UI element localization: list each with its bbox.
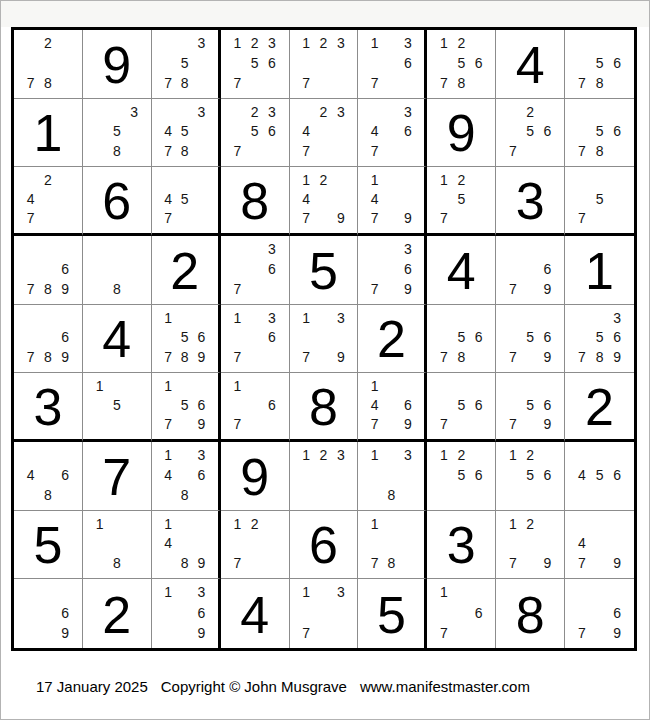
pencil-mark-8: 8: [383, 553, 400, 573]
pencil-mark-6: [193, 122, 210, 142]
pencil-mark-7: [22, 623, 39, 643]
pencil-marks: 679: [496, 236, 564, 304]
pencil-mark-3: 3: [332, 33, 349, 53]
pencil-mark-6: 6: [57, 603, 74, 623]
pencil-mark-9: [470, 209, 487, 228]
pencil-mark-9: 9: [193, 347, 210, 367]
footer-website: www.manifestmaster.com: [360, 678, 530, 695]
pencil-marks: 167: [221, 373, 289, 439]
pencil-mark-9: [57, 73, 74, 93]
cell-r3c4: 8: [221, 167, 290, 236]
pencil-mark-6: 6: [263, 122, 280, 142]
pencil-mark-7: 7: [22, 209, 39, 228]
pencil-marks: 5678: [427, 305, 495, 373]
pencil-mark-1: 1: [435, 33, 452, 53]
pencil-mark-9: [470, 347, 487, 367]
pencil-mark-9: [332, 141, 349, 161]
pencil-mark-9: [193, 209, 210, 228]
pencil-mark-7: 7: [366, 279, 383, 299]
pencil-mark-1: [435, 376, 452, 395]
cell-r1c9: 5678: [565, 30, 634, 99]
pencil-mark-5: 5: [591, 465, 609, 485]
pencil-mark-3: [57, 33, 74, 53]
pencil-marks: 1367: [358, 30, 424, 98]
pencil-mark-5: [176, 603, 193, 623]
top-band: [1, 1, 649, 27]
pencil-mark-9: [263, 141, 280, 161]
pencil-mark-4: 4: [573, 465, 591, 485]
pencil-mark-9: 9: [193, 553, 210, 573]
solved-digit: 2: [585, 381, 614, 433]
pencil-mark-7: [22, 485, 39, 505]
pencil-marks: 8: [83, 236, 151, 304]
pencil-mark-6: [193, 534, 210, 554]
pencil-mark-2: [453, 308, 470, 328]
pencil-mark-5: 5: [591, 122, 609, 142]
pencil-mark-6: 6: [539, 259, 556, 279]
pencil-mark-5: 5: [522, 122, 539, 142]
cell-r5c1: 6789: [14, 305, 83, 374]
pencil-mark-2: [39, 308, 56, 328]
cell-r7c4: 9: [221, 442, 290, 511]
pencil-mark-7: 7: [366, 73, 383, 93]
pencil-mark-3: 3: [193, 582, 210, 602]
pencil-mark-1: [22, 445, 39, 465]
pencil-mark-5: 5: [246, 53, 263, 73]
pencil-mark-6: 6: [400, 122, 417, 142]
pencil-mark-9: 9: [539, 553, 556, 573]
cell-r4c8: 679: [496, 236, 565, 305]
pencil-mark-2: [453, 376, 470, 395]
pencil-marks: 567: [427, 373, 495, 439]
pencil-mark-6: 6: [193, 396, 210, 415]
pencil-marks: 3578: [152, 30, 218, 98]
pencil-mark-5: 5: [176, 122, 193, 142]
cell-r5c8: 5679: [496, 305, 565, 374]
pencil-mark-8: [383, 141, 400, 161]
pencil-mark-6: 6: [57, 328, 74, 348]
pencil-mark-1: 1: [435, 582, 452, 602]
pencil-marks: 2567: [496, 99, 564, 167]
pencil-mark-3: [57, 170, 74, 189]
pencil-mark-7: [91, 553, 108, 573]
pencil-mark-9: 9: [193, 415, 210, 434]
pencil-mark-2: [39, 582, 56, 602]
cell-r8c1: 5: [14, 511, 83, 580]
pencil-mark-1: 1: [366, 376, 383, 395]
pencil-mark-3: [57, 582, 74, 602]
cell-r7c8: 1256: [496, 442, 565, 511]
pencil-mark-2: [176, 445, 193, 465]
pencil-mark-6: [125, 259, 142, 279]
pencil-mark-8: [522, 141, 539, 161]
pencil-mark-3: [125, 239, 142, 259]
pencil-mark-6: 6: [539, 122, 556, 142]
pencil-mark-4: [22, 603, 39, 623]
pencil-mark-8: [39, 209, 56, 228]
pencil-mark-2: [383, 170, 400, 189]
cell-r2c4: 23567: [221, 99, 290, 168]
pencil-marks: 15679: [152, 373, 218, 439]
pencil-mark-8: [246, 553, 263, 573]
pencil-mark-8: 8: [591, 73, 609, 93]
pencil-mark-5: 5: [522, 328, 539, 348]
pencil-mark-3: [263, 376, 280, 395]
pencil-mark-8: 8: [176, 141, 193, 161]
pencil-mark-3: [332, 170, 349, 189]
cell-r2c7: 9: [427, 99, 496, 168]
pencil-mark-7: 7: [435, 415, 452, 434]
pencil-mark-5: [383, 465, 400, 485]
pencil-mark-5: [108, 259, 125, 279]
solved-digit: 5: [309, 245, 338, 297]
pencil-mark-3: [470, 308, 487, 328]
cell-r6c2: 15: [83, 373, 152, 442]
pencil-mark-5: [108, 534, 125, 554]
pencil-mark-7: 7: [435, 623, 452, 643]
pencil-mark-2: [522, 308, 539, 328]
cell-r9c3: 1369: [152, 579, 221, 648]
pencil-mark-6: [332, 190, 349, 209]
pencil-mark-5: [39, 603, 56, 623]
pencil-mark-7: 7: [366, 209, 383, 228]
pencil-mark-6: 6: [470, 396, 487, 415]
pencil-mark-9: [263, 553, 280, 573]
pencil-mark-7: 7: [573, 347, 591, 367]
solved-digit: 3: [516, 175, 545, 227]
pencil-mark-1: [573, 102, 591, 122]
pencil-mark-7: 7: [160, 141, 177, 161]
pencil-mark-1: 1: [229, 33, 246, 53]
pencil-mark-4: [504, 122, 521, 142]
pencil-mark-2: [591, 582, 609, 602]
pencil-mark-4: [91, 259, 108, 279]
cell-r7c6: 138: [358, 442, 427, 511]
pencil-mark-9: [193, 141, 210, 161]
cell-r9c5: 137: [290, 579, 359, 648]
pencil-mark-1: [160, 102, 177, 122]
pencil-marks: 468: [14, 442, 82, 510]
pencil-mark-2: [39, 445, 56, 465]
pencil-mark-3: [400, 170, 417, 189]
solved-digit: 8: [516, 589, 545, 641]
pencil-mark-3: [539, 514, 556, 534]
pencil-mark-4: [298, 328, 315, 348]
pencil-mark-5: [246, 259, 263, 279]
pencil-mark-4: [573, 190, 591, 209]
pencil-mark-9: 9: [400, 279, 417, 299]
pencil-mark-2: [246, 308, 263, 328]
pencil-mark-3: [193, 514, 210, 534]
pencil-mark-1: [573, 170, 591, 189]
pencil-mark-4: [504, 396, 521, 415]
pencil-mark-5: [315, 190, 332, 209]
pencil-mark-2: [176, 308, 193, 328]
pencil-mark-4: 4: [298, 122, 315, 142]
pencil-mark-5: 5: [453, 53, 470, 73]
pencil-mark-2: [591, 308, 609, 328]
pencil-mark-5: [39, 465, 56, 485]
cell-r9c9: 679: [565, 579, 634, 648]
pencil-mark-1: 1: [91, 376, 108, 395]
pencil-mark-3: [400, 514, 417, 534]
pencil-mark-4: [435, 190, 452, 209]
pencil-mark-6: 6: [400, 396, 417, 415]
pencil-mark-7: 7: [573, 553, 591, 573]
pencil-mark-7: 7: [366, 553, 383, 573]
pencil-mark-7: [504, 485, 521, 505]
cell-r9c7: 167: [427, 579, 496, 648]
pencil-mark-1: [229, 102, 246, 122]
cell-r2c8: 2567: [496, 99, 565, 168]
pencil-mark-1: [298, 102, 315, 122]
pencil-mark-8: [246, 347, 263, 367]
pencil-marks: 679: [565, 579, 634, 648]
cell-r5c3: 156789: [152, 305, 221, 374]
pencil-mark-9: 9: [400, 209, 417, 228]
pencil-mark-3: 3: [263, 308, 280, 328]
pencil-mark-6: [400, 190, 417, 209]
pencil-mark-4: [504, 328, 521, 348]
pencil-mark-3: [57, 445, 74, 465]
cell-r4c5: 5: [290, 236, 359, 305]
pencil-marks: 358: [83, 99, 151, 167]
pencil-mark-7: 7: [504, 279, 521, 299]
solved-digit: 3: [447, 519, 476, 571]
cell-r3c2: 6: [83, 167, 152, 236]
pencil-mark-9: 9: [608, 347, 626, 367]
pencil-mark-3: 3: [400, 239, 417, 259]
pencil-mark-2: [383, 445, 400, 465]
pencil-mark-8: [453, 209, 470, 228]
pencil-mark-8: [315, 485, 332, 505]
pencil-mark-1: 1: [160, 376, 177, 395]
pencil-mark-5: [383, 122, 400, 142]
pencil-mark-7: 7: [504, 141, 521, 161]
solved-digit: 9: [240, 451, 269, 503]
pencil-mark-6: [193, 190, 210, 209]
pencil-mark-3: [193, 376, 210, 395]
pencil-mark-7: 7: [229, 73, 246, 93]
pencil-marks: 367: [221, 236, 289, 304]
pencil-mark-7: 7: [229, 347, 246, 367]
pencil-mark-5: [39, 190, 56, 209]
pencil-mark-1: [91, 102, 108, 122]
pencil-mark-4: 4: [160, 122, 177, 142]
pencil-mark-1: 1: [160, 445, 177, 465]
pencil-mark-6: 6: [57, 465, 74, 485]
pencil-mark-8: [522, 415, 539, 434]
pencil-mark-7: [160, 623, 177, 643]
pencil-marks: 6789: [14, 236, 82, 304]
pencil-mark-9: 9: [608, 623, 626, 643]
pencil-mark-6: [332, 603, 349, 623]
cell-r7c1: 468: [14, 442, 83, 511]
pencil-mark-2: 2: [246, 33, 263, 53]
pencil-mark-3: 3: [332, 582, 349, 602]
pencil-mark-8: [383, 279, 400, 299]
pencil-mark-8: [591, 623, 609, 643]
pencil-mark-2: 2: [453, 33, 470, 53]
cell-r6c7: 567: [427, 373, 496, 442]
pencil-mark-2: [176, 170, 193, 189]
pencil-mark-6: [470, 190, 487, 209]
pencil-mark-5: [315, 603, 332, 623]
pencil-marks: 69: [14, 579, 82, 648]
pencil-mark-4: 4: [22, 465, 39, 485]
cell-r9c8: 8: [496, 579, 565, 648]
solved-digit: 2: [377, 313, 406, 365]
pencil-mark-1: [504, 308, 521, 328]
pencil-mark-6: [263, 534, 280, 554]
pencil-mark-4: 4: [366, 190, 383, 209]
pencil-mark-8: [315, 623, 332, 643]
cell-r1c4: 123567: [221, 30, 290, 99]
pencil-mark-1: 1: [366, 445, 383, 465]
pencil-marks: 137: [290, 579, 358, 648]
solved-digit: 5: [33, 519, 62, 571]
pencil-mark-3: 3: [400, 33, 417, 53]
cell-r7c3: 13468: [152, 442, 221, 511]
pencil-mark-8: [453, 485, 470, 505]
pencil-mark-5: 5: [453, 396, 470, 415]
pencil-mark-5: 5: [591, 53, 609, 73]
cell-r3c5: 12479: [290, 167, 359, 236]
pencil-mark-4: [435, 328, 452, 348]
pencil-mark-5: [246, 328, 263, 348]
pencil-mark-7: [435, 485, 452, 505]
pencil-mark-3: [539, 102, 556, 122]
pencil-mark-7: 7: [366, 415, 383, 434]
solved-digit: 1: [33, 107, 62, 159]
pencil-mark-5: 5: [108, 396, 125, 415]
pencil-mark-1: 1: [298, 445, 315, 465]
cell-r2c6: 3467: [358, 99, 427, 168]
pencil-mark-7: 7: [160, 415, 177, 434]
cell-r4c2: 8: [83, 236, 152, 305]
pencil-mark-7: 7: [229, 141, 246, 161]
solved-digit: 2: [170, 245, 199, 297]
pencil-mark-1: 1: [435, 170, 452, 189]
pencil-mark-7: 7: [22, 73, 39, 93]
pencil-marks: 278: [14, 30, 82, 98]
pencil-mark-2: 2: [453, 445, 470, 465]
pencil-marks: 34578: [152, 99, 218, 167]
cell-r1c8: 4: [496, 30, 565, 99]
pencil-marks: 125678: [427, 30, 495, 98]
solved-digit: 5: [377, 589, 406, 641]
pencil-mark-4: [91, 122, 108, 142]
pencil-mark-6: 6: [400, 53, 417, 73]
pencil-mark-9: [608, 73, 626, 93]
pencil-mark-7: 7: [160, 73, 177, 93]
pencil-mark-7: [160, 485, 177, 505]
pencil-mark-9: 9: [539, 415, 556, 434]
pencil-marks: 1369: [152, 579, 218, 648]
pencil-mark-8: 8: [39, 279, 56, 299]
pencil-mark-4: [504, 534, 521, 554]
pencil-mark-5: [383, 53, 400, 73]
pencil-mark-5: [522, 259, 539, 279]
pencil-mark-1: [366, 239, 383, 259]
pencil-mark-3: [608, 582, 626, 602]
pencil-mark-9: [125, 415, 142, 434]
pencil-mark-2: [108, 239, 125, 259]
pencil-mark-2: 2: [315, 33, 332, 53]
pencil-mark-6: [125, 534, 142, 554]
pencil-mark-8: [39, 623, 56, 643]
pencil-mark-6: 6: [193, 328, 210, 348]
pencil-mark-2: [591, 33, 609, 53]
pencil-mark-4: [573, 603, 591, 623]
pencil-mark-7: 7: [229, 415, 246, 434]
pencil-mark-6: [400, 465, 417, 485]
pencil-mark-9: [263, 415, 280, 434]
pencil-mark-4: [366, 259, 383, 279]
pencil-mark-8: [522, 279, 539, 299]
cell-r8c9: 479: [565, 511, 634, 580]
pencil-mark-1: [22, 582, 39, 602]
pencil-mark-7: 7: [504, 415, 521, 434]
pencil-mark-2: [39, 239, 56, 259]
pencil-mark-8: [176, 209, 193, 228]
pencil-mark-8: 8: [108, 279, 125, 299]
pencil-mark-4: [91, 534, 108, 554]
pencil-mark-5: [39, 53, 56, 73]
pencil-mark-3: [125, 376, 142, 395]
pencil-mark-9: [470, 415, 487, 434]
pencil-mark-8: [591, 553, 609, 573]
solved-digit: 4: [102, 313, 131, 365]
pencil-mark-2: 2: [522, 445, 539, 465]
pencil-mark-3: [125, 514, 142, 534]
cell-r4c9: 1: [565, 236, 634, 305]
footer: 17 January 2025 Copyright © John Musgrav…: [36, 678, 530, 695]
pencil-mark-9: 9: [332, 209, 349, 228]
cell-r7c9: 456: [565, 442, 634, 511]
pencil-mark-6: [125, 122, 142, 142]
pencil-mark-1: 1: [160, 514, 177, 534]
pencil-marks: 138: [358, 442, 424, 510]
solved-digit: 3: [33, 381, 62, 433]
pencil-mark-9: [470, 485, 487, 505]
cell-r5c9: 356789: [565, 305, 634, 374]
pencil-marks: 156789: [152, 305, 218, 373]
cell-r4c7: 4: [427, 236, 496, 305]
pencil-mark-4: [366, 465, 383, 485]
pencil-mark-7: 7: [573, 209, 591, 228]
pencil-marks: 18: [83, 511, 151, 579]
pencil-mark-1: 1: [91, 514, 108, 534]
pencil-mark-2: 2: [315, 102, 332, 122]
pencil-mark-6: 6: [470, 603, 487, 623]
pencil-mark-6: 6: [193, 465, 210, 485]
pencil-mark-9: [539, 141, 556, 161]
pencil-mark-9: [400, 485, 417, 505]
cell-r6c8: 5679: [496, 373, 565, 442]
pencil-mark-1: [22, 308, 39, 328]
pencil-mark-9: [539, 485, 556, 505]
pencil-mark-1: 1: [504, 445, 521, 465]
solved-digit: 9: [102, 39, 131, 91]
solved-digit: 4: [516, 39, 545, 91]
pencil-mark-2: [591, 445, 609, 465]
pencil-mark-5: [383, 259, 400, 279]
pencil-mark-1: [573, 514, 591, 534]
cell-r4c6: 3679: [358, 236, 427, 305]
pencil-mark-4: [22, 259, 39, 279]
pencil-mark-7: 7: [573, 623, 591, 643]
